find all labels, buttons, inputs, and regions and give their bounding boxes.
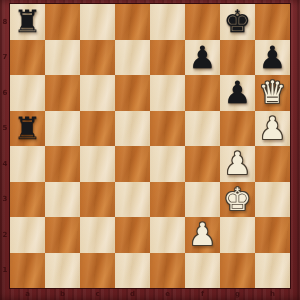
square-c2[interactable] [80,217,115,253]
square-b8[interactable] [45,4,80,40]
rank-label-4: 4 [0,160,10,168]
file-label-g: g [220,289,255,300]
square-a6[interactable] [10,75,45,111]
piece-black-rook-a8[interactable]: ♜ [14,6,42,37]
square-c3[interactable] [80,182,115,218]
square-d5[interactable] [115,111,150,147]
square-d7[interactable] [115,40,150,76]
piece-black-pawn-h7[interactable]: ♟ [259,42,287,73]
file-label-d: d [115,289,150,300]
square-a8[interactable]: ♜ [10,4,45,40]
rank-label-1: 1 [0,266,10,274]
rank-label-8: 8 [0,18,10,26]
square-c1[interactable] [80,253,115,289]
rank-label-5: 5 [0,124,10,132]
square-h7[interactable]: ♟ [255,40,290,76]
square-h4[interactable] [255,146,290,182]
square-a4[interactable] [10,146,45,182]
square-a3[interactable] [10,182,45,218]
square-e3[interactable] [150,182,185,218]
square-d6[interactable] [115,75,150,111]
square-g7[interactable] [220,40,255,76]
square-c5[interactable] [80,111,115,147]
square-b2[interactable] [45,217,80,253]
chess-board: ♜♚♟♟♟♛♜♟♟♚♟ [10,4,290,288]
square-g6[interactable]: ♟ [220,75,255,111]
file-label-e: e [150,289,185,300]
square-g2[interactable] [220,217,255,253]
square-e5[interactable] [150,111,185,147]
square-b4[interactable] [45,146,80,182]
square-e1[interactable] [150,253,185,289]
square-e4[interactable] [150,146,185,182]
square-c8[interactable] [80,4,115,40]
square-e7[interactable] [150,40,185,76]
square-a1[interactable] [10,253,45,289]
square-c4[interactable] [80,146,115,182]
square-c7[interactable] [80,40,115,76]
square-d4[interactable] [115,146,150,182]
piece-white-pawn-h5[interactable]: ♟ [259,113,287,144]
file-label-a: a [10,289,45,300]
square-f3[interactable] [185,182,220,218]
piece-black-king-g8[interactable]: ♚ [224,6,252,37]
square-h1[interactable] [255,253,290,289]
square-a2[interactable] [10,217,45,253]
square-h3[interactable] [255,182,290,218]
square-h2[interactable] [255,217,290,253]
square-g1[interactable] [220,253,255,289]
piece-black-pawn-f7[interactable]: ♟ [189,42,217,73]
square-e2[interactable] [150,217,185,253]
square-d2[interactable] [115,217,150,253]
rank-label-2: 2 [0,231,10,239]
square-h8[interactable] [255,4,290,40]
square-b1[interactable] [45,253,80,289]
square-f8[interactable] [185,4,220,40]
square-h5[interactable]: ♟ [255,111,290,147]
square-f2[interactable]: ♟ [185,217,220,253]
piece-black-pawn-g6[interactable]: ♟ [224,77,252,108]
square-f5[interactable] [185,111,220,147]
square-f7[interactable]: ♟ [185,40,220,76]
square-g4[interactable]: ♟ [220,146,255,182]
piece-black-rook-a5[interactable]: ♜ [14,113,42,144]
square-f1[interactable] [185,253,220,289]
square-a5[interactable]: ♜ [10,111,45,147]
rank-label-7: 7 [0,53,10,61]
square-b6[interactable] [45,75,80,111]
piece-white-pawn-f2[interactable]: ♟ [189,219,217,250]
square-f6[interactable] [185,75,220,111]
piece-white-king-g3[interactable]: ♚ [224,184,252,215]
square-g8[interactable]: ♚ [220,4,255,40]
square-f4[interactable] [185,146,220,182]
square-d3[interactable] [115,182,150,218]
square-b3[interactable] [45,182,80,218]
square-h6[interactable]: ♛ [255,75,290,111]
square-d8[interactable] [115,4,150,40]
square-g5[interactable] [220,111,255,147]
square-e8[interactable] [150,4,185,40]
file-label-b: b [45,289,80,300]
square-e6[interactable] [150,75,185,111]
piece-white-queen-h6[interactable]: ♛ [259,77,287,108]
square-c6[interactable] [80,75,115,111]
file-label-f: f [185,289,220,300]
board-frame: ♜♚♟♟♟♛♜♟♟♚♟ 87654321abcdefgh [0,0,300,300]
square-g3[interactable]: ♚ [220,182,255,218]
rank-label-6: 6 [0,89,10,97]
file-label-h: h [255,289,290,300]
square-d1[interactable] [115,253,150,289]
square-b7[interactable] [45,40,80,76]
rank-label-3: 3 [0,195,10,203]
piece-white-pawn-g4[interactable]: ♟ [224,148,252,179]
square-a7[interactable] [10,40,45,76]
square-b5[interactable] [45,111,80,147]
file-label-c: c [80,289,115,300]
